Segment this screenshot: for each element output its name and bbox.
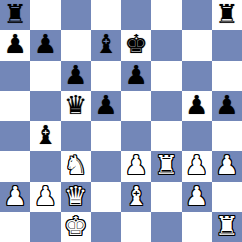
- square-d5[interactable]: ♟: [91, 91, 121, 121]
- square-b3[interactable]: [30, 151, 60, 181]
- square-d7[interactable]: ♝: [91, 30, 121, 60]
- square-h4[interactable]: [212, 121, 242, 151]
- square-e3[interactable]: ♟: [121, 151, 151, 181]
- square-b7[interactable]: ♟: [30, 30, 60, 60]
- square-h8[interactable]: ♜: [212, 0, 242, 30]
- piece-white-pawn[interactable]: ♟: [124, 152, 147, 178]
- piece-white-knight[interactable]: ♞: [64, 152, 87, 178]
- square-h1[interactable]: ♜: [212, 212, 242, 242]
- piece-white-pawn[interactable]: ♟: [34, 183, 57, 209]
- square-a1[interactable]: [0, 212, 30, 242]
- piece-black-queen[interactable]: ♛: [64, 92, 87, 118]
- piece-black-pawn[interactable]: ♟: [94, 92, 117, 118]
- square-a7[interactable]: ♟: [0, 30, 30, 60]
- piece-black-bishop[interactable]: ♝: [94, 31, 117, 57]
- square-e6[interactable]: ♟: [121, 61, 151, 91]
- square-a2[interactable]: ♟: [0, 182, 30, 212]
- piece-white-queen[interactable]: ♛: [64, 183, 87, 209]
- square-c7[interactable]: [61, 30, 91, 60]
- piece-black-pawn[interactable]: ♟: [215, 92, 238, 118]
- piece-white-pawn[interactable]: ♟: [215, 152, 238, 178]
- square-a3[interactable]: [0, 151, 30, 181]
- square-g5[interactable]: ♟: [182, 91, 212, 121]
- square-f3[interactable]: ♜: [151, 151, 181, 181]
- square-g7[interactable]: [182, 30, 212, 60]
- square-e8[interactable]: [121, 0, 151, 30]
- piece-black-pawn[interactable]: ♟: [3, 31, 26, 57]
- square-f2[interactable]: [151, 182, 181, 212]
- piece-white-rook[interactable]: ♜: [155, 152, 178, 178]
- square-c2[interactable]: ♛: [61, 182, 91, 212]
- piece-white-king[interactable]: ♚: [64, 213, 87, 239]
- piece-white-pawn[interactable]: ♟: [185, 183, 208, 209]
- square-c4[interactable]: [61, 121, 91, 151]
- square-g4[interactable]: [182, 121, 212, 151]
- square-b8[interactable]: [30, 0, 60, 30]
- square-a8[interactable]: ♜: [0, 0, 30, 30]
- piece-black-pawn[interactable]: ♟: [185, 92, 208, 118]
- square-h5[interactable]: ♟: [212, 91, 242, 121]
- square-f4[interactable]: [151, 121, 181, 151]
- square-e1[interactable]: [121, 212, 151, 242]
- square-b4[interactable]: ♝: [30, 121, 60, 151]
- square-f5[interactable]: [151, 91, 181, 121]
- square-a4[interactable]: [0, 121, 30, 151]
- piece-black-king[interactable]: ♚: [124, 31, 147, 57]
- piece-white-pawn[interactable]: ♟: [185, 152, 208, 178]
- piece-white-pawn[interactable]: ♟: [3, 183, 26, 209]
- square-d8[interactable]: [91, 0, 121, 30]
- square-b6[interactable]: [30, 61, 60, 91]
- square-h6[interactable]: [212, 61, 242, 91]
- square-c1[interactable]: ♚: [61, 212, 91, 242]
- piece-white-bishop[interactable]: ♝: [124, 183, 147, 209]
- square-f7[interactable]: [151, 30, 181, 60]
- square-d1[interactable]: [91, 212, 121, 242]
- square-b1[interactable]: [30, 212, 60, 242]
- square-g6[interactable]: [182, 61, 212, 91]
- piece-black-pawn[interactable]: ♟: [124, 62, 147, 88]
- square-e7[interactable]: ♚: [121, 30, 151, 60]
- square-b5[interactable]: [30, 91, 60, 121]
- piece-black-bishop[interactable]: ♝: [34, 122, 57, 148]
- piece-black-pawn[interactable]: ♟: [64, 62, 87, 88]
- square-h7[interactable]: [212, 30, 242, 60]
- square-a6[interactable]: [0, 61, 30, 91]
- square-f6[interactable]: [151, 61, 181, 91]
- square-b2[interactable]: ♟: [30, 182, 60, 212]
- piece-white-rook[interactable]: ♜: [215, 213, 238, 239]
- square-d6[interactable]: [91, 61, 121, 91]
- square-a5[interactable]: [0, 91, 30, 121]
- square-g2[interactable]: ♟: [182, 182, 212, 212]
- square-g3[interactable]: ♟: [182, 151, 212, 181]
- square-h2[interactable]: [212, 182, 242, 212]
- square-d4[interactable]: [91, 121, 121, 151]
- square-d2[interactable]: [91, 182, 121, 212]
- square-e2[interactable]: ♝: [121, 182, 151, 212]
- square-c6[interactable]: ♟: [61, 61, 91, 91]
- square-e4[interactable]: [121, 121, 151, 151]
- chess-board: ♜♜♟♟♝♚♟♟♛♟♟♟♝♞♟♜♟♟♟♟♛♝♟♚♜: [0, 0, 242, 242]
- square-h3[interactable]: ♟: [212, 151, 242, 181]
- square-d3[interactable]: [91, 151, 121, 181]
- square-e5[interactable]: [121, 91, 151, 121]
- square-g1[interactable]: [182, 212, 212, 242]
- piece-black-rook[interactable]: ♜: [3, 1, 26, 27]
- square-f1[interactable]: [151, 212, 181, 242]
- square-c8[interactable]: [61, 0, 91, 30]
- piece-black-pawn[interactable]: ♟: [34, 31, 57, 57]
- square-c3[interactable]: ♞: [61, 151, 91, 181]
- square-c5[interactable]: ♛: [61, 91, 91, 121]
- square-g8[interactable]: [182, 0, 212, 30]
- piece-black-rook[interactable]: ♜: [215, 1, 238, 27]
- square-f8[interactable]: [151, 0, 181, 30]
